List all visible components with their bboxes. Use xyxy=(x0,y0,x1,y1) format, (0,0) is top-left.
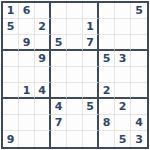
cell-r3c9[interactable] xyxy=(131,35,147,51)
cell-r5c6[interactable] xyxy=(83,67,99,83)
cell-r5c3[interactable] xyxy=(35,67,51,83)
cell-r7c4[interactable]: 4 xyxy=(51,99,67,115)
cell-r3c1[interactable] xyxy=(3,35,19,51)
cell-r6c4[interactable] xyxy=(51,83,67,99)
cell-r6c6[interactable] xyxy=(83,83,99,99)
cell-r8c3[interactable] xyxy=(35,115,51,131)
cell-r9c9[interactable]: 3 xyxy=(131,131,147,147)
cell-r1c8[interactable] xyxy=(115,3,131,19)
cell-r8c2[interactable] xyxy=(19,115,35,131)
cell-r4c9[interactable] xyxy=(131,51,147,67)
cell-r1c9[interactable]: 5 xyxy=(131,3,147,19)
cell-r1c3[interactable] xyxy=(35,3,51,19)
cell-r4c7[interactable]: 5 xyxy=(99,51,115,67)
cell-r1c6[interactable] xyxy=(83,3,99,19)
cell-r4c2[interactable] xyxy=(19,51,35,67)
cell-r3c5[interactable] xyxy=(67,35,83,51)
cell-r2c5[interactable] xyxy=(67,19,83,35)
cell-r2c3[interactable]: 2 xyxy=(35,19,51,35)
cell-r7c9[interactable] xyxy=(131,99,147,115)
cell-r9c7[interactable] xyxy=(99,131,115,147)
cell-r7c2[interactable] xyxy=(19,99,35,115)
cell-r3c2[interactable]: 9 xyxy=(19,35,35,51)
cell-r3c4[interactable]: 5 xyxy=(51,35,67,51)
cell-r2c2[interactable] xyxy=(19,19,35,35)
cell-r2c8[interactable] xyxy=(115,19,131,35)
cell-r9c3[interactable] xyxy=(35,131,51,147)
cell-r9c4[interactable] xyxy=(51,131,67,147)
cell-r4c1[interactable] xyxy=(3,51,19,67)
cell-r6c3[interactable]: 4 xyxy=(35,83,51,99)
cell-r6c8[interactable] xyxy=(115,83,131,99)
cell-r7c3[interactable] xyxy=(35,99,51,115)
cell-r9c2[interactable] xyxy=(19,131,35,147)
cell-r3c7[interactable] xyxy=(99,35,115,51)
cell-r8c8[interactable] xyxy=(115,115,131,131)
cell-r3c6[interactable]: 7 xyxy=(83,35,99,51)
cell-r1c5[interactable] xyxy=(67,3,83,19)
cell-r8c6[interactable] xyxy=(83,115,99,131)
cell-r6c5[interactable] xyxy=(67,83,83,99)
cell-r9c5[interactable] xyxy=(67,131,83,147)
cell-r4c6[interactable] xyxy=(83,51,99,67)
cell-r4c4[interactable] xyxy=(51,51,67,67)
cell-r4c3[interactable]: 9 xyxy=(35,51,51,67)
cell-r7c8[interactable]: 2 xyxy=(115,99,131,115)
cell-r1c7[interactable] xyxy=(99,3,115,19)
cell-r5c8[interactable] xyxy=(115,67,131,83)
cell-r8c1[interactable] xyxy=(3,115,19,131)
cell-r1c1[interactable]: 1 xyxy=(3,3,19,19)
cell-r9c6[interactable] xyxy=(83,131,99,147)
sudoku-board: 165521957953142452784953 xyxy=(1,1,149,149)
cell-r5c7[interactable] xyxy=(99,67,115,83)
cell-r3c3[interactable] xyxy=(35,35,51,51)
cell-r5c5[interactable] xyxy=(67,67,83,83)
cell-r6c7[interactable]: 2 xyxy=(99,83,115,99)
cell-r8c5[interactable] xyxy=(67,115,83,131)
cell-r9c1[interactable]: 9 xyxy=(3,131,19,147)
cell-r7c1[interactable] xyxy=(3,99,19,115)
cell-r4c5[interactable] xyxy=(67,51,83,67)
cell-r2c7[interactable] xyxy=(99,19,115,35)
cell-r3c8[interactable] xyxy=(115,35,131,51)
cell-r4c8[interactable]: 3 xyxy=(115,51,131,67)
cell-r5c9[interactable] xyxy=(131,67,147,83)
cell-r8c4[interactable]: 7 xyxy=(51,115,67,131)
cell-r9c8[interactable]: 5 xyxy=(115,131,131,147)
cell-r2c9[interactable] xyxy=(131,19,147,35)
cell-r5c1[interactable] xyxy=(3,67,19,83)
cell-r7c5[interactable] xyxy=(67,99,83,115)
cell-r5c4[interactable] xyxy=(51,67,67,83)
cell-r8c7[interactable]: 8 xyxy=(99,115,115,131)
cell-r1c2[interactable]: 6 xyxy=(19,3,35,19)
cell-r2c4[interactable] xyxy=(51,19,67,35)
cell-r6c1[interactable] xyxy=(3,83,19,99)
cell-r1c4[interactable] xyxy=(51,3,67,19)
cell-r7c7[interactable] xyxy=(99,99,115,115)
cell-r6c9[interactable] xyxy=(131,83,147,99)
cell-r2c1[interactable]: 5 xyxy=(3,19,19,35)
cell-r5c2[interactable] xyxy=(19,67,35,83)
cell-r8c9[interactable]: 4 xyxy=(131,115,147,131)
cell-r6c2[interactable]: 1 xyxy=(19,83,35,99)
cell-r7c6[interactable]: 5 xyxy=(83,99,99,115)
cell-r2c6[interactable]: 1 xyxy=(83,19,99,35)
